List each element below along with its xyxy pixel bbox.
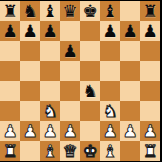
square-a8[interactable]: ♜ xyxy=(0,1,20,21)
square-c3[interactable]: ♞ xyxy=(40,101,60,121)
square-c5[interactable] xyxy=(40,61,60,81)
square-d3[interactable] xyxy=(60,101,80,121)
piece-white-knight-c3[interactable]: ♞ xyxy=(40,101,60,121)
square-f6[interactable] xyxy=(100,41,120,61)
piece-black-bishop-f8[interactable]: ♝ xyxy=(100,1,120,21)
piece-white-rook-a1[interactable]: ♜ xyxy=(0,141,20,161)
piece-white-pawn-g2[interactable]: ♟ xyxy=(120,121,140,141)
square-f4[interactable] xyxy=(100,81,120,101)
square-h7[interactable]: ♟ xyxy=(140,21,160,41)
square-e8[interactable]: ♚ xyxy=(80,1,100,21)
square-g4[interactable] xyxy=(120,81,140,101)
piece-black-pawn-g7[interactable]: ♟ xyxy=(120,21,140,41)
piece-white-rook-h1[interactable]: ♜ xyxy=(140,141,160,161)
piece-white-queen-d1[interactable]: ♛ xyxy=(60,141,80,161)
square-h5[interactable] xyxy=(140,61,160,81)
square-g8[interactable] xyxy=(120,1,140,21)
piece-white-pawn-c2[interactable]: ♟ xyxy=(40,121,60,141)
square-f2[interactable]: ♟ xyxy=(100,121,120,141)
square-g1[interactable] xyxy=(120,141,140,161)
square-b7[interactable]: ♟ xyxy=(20,21,40,41)
square-a6[interactable] xyxy=(0,41,20,61)
square-b3[interactable] xyxy=(20,101,40,121)
piece-white-bishop-f1[interactable]: ♝ xyxy=(100,141,120,161)
square-b6[interactable] xyxy=(20,41,40,61)
square-g3[interactable] xyxy=(120,101,140,121)
square-d4[interactable] xyxy=(60,81,80,101)
square-b4[interactable] xyxy=(20,81,40,101)
square-h2[interactable]: ♟ xyxy=(140,121,160,141)
square-d7[interactable] xyxy=(60,21,80,41)
piece-black-pawn-h7[interactable]: ♟ xyxy=(140,21,160,41)
piece-black-pawn-b7[interactable]: ♟ xyxy=(20,21,40,41)
square-f7[interactable]: ♟ xyxy=(100,21,120,41)
square-d1[interactable]: ♛ xyxy=(60,141,80,161)
piece-black-pawn-a7[interactable]: ♟ xyxy=(0,21,20,41)
square-c7[interactable]: ♟ xyxy=(40,21,60,41)
piece-white-bishop-c1[interactable]: ♝ xyxy=(40,141,60,161)
square-b8[interactable]: ♞ xyxy=(20,1,40,21)
square-e3[interactable] xyxy=(80,101,100,121)
square-c6[interactable] xyxy=(40,41,60,61)
piece-white-pawn-d2[interactable]: ♟ xyxy=(60,121,80,141)
square-e2[interactable] xyxy=(80,121,100,141)
square-g2[interactable]: ♟ xyxy=(120,121,140,141)
square-h4[interactable] xyxy=(140,81,160,101)
piece-black-bishop-c8[interactable]: ♝ xyxy=(40,1,60,21)
chess-board: ♜♞♝♛♚♝♜♟♟♟♟♟♟♟♞♞♞♟♟♟♟♟♟♟♜♝♛♚♝♜ xyxy=(0,1,160,161)
piece-black-queen-d8[interactable]: ♛ xyxy=(60,1,80,21)
square-a4[interactable] xyxy=(0,81,20,101)
square-g5[interactable] xyxy=(120,61,140,81)
square-g7[interactable]: ♟ xyxy=(120,21,140,41)
square-f5[interactable] xyxy=(100,61,120,81)
square-e4[interactable]: ♞ xyxy=(80,81,100,101)
square-a5[interactable] xyxy=(0,61,20,81)
square-e6[interactable] xyxy=(80,41,100,61)
piece-white-pawn-a2[interactable]: ♟ xyxy=(0,121,20,141)
square-a7[interactable]: ♟ xyxy=(0,21,20,41)
square-e5[interactable] xyxy=(80,61,100,81)
piece-white-knight-f3[interactable]: ♞ xyxy=(100,101,120,121)
square-c8[interactable]: ♝ xyxy=(40,1,60,21)
square-b2[interactable]: ♟ xyxy=(20,121,40,141)
piece-black-pawn-d6[interactable]: ♟ xyxy=(60,41,80,61)
piece-white-pawn-h2[interactable]: ♟ xyxy=(140,121,160,141)
square-b5[interactable] xyxy=(20,61,40,81)
square-f3[interactable]: ♞ xyxy=(100,101,120,121)
square-h6[interactable] xyxy=(140,41,160,61)
square-e7[interactable] xyxy=(80,21,100,41)
square-h3[interactable] xyxy=(140,101,160,121)
piece-black-pawn-f7[interactable]: ♟ xyxy=(100,21,120,41)
square-c2[interactable]: ♟ xyxy=(40,121,60,141)
square-a2[interactable]: ♟ xyxy=(0,121,20,141)
square-c4[interactable] xyxy=(40,81,60,101)
square-b1[interactable] xyxy=(20,141,40,161)
square-h1[interactable]: ♜ xyxy=(140,141,160,161)
piece-white-pawn-b2[interactable]: ♟ xyxy=(20,121,40,141)
piece-white-pawn-f2[interactable]: ♟ xyxy=(100,121,120,141)
piece-black-king-e8[interactable]: ♚ xyxy=(80,1,100,21)
piece-black-rook-a8[interactable]: ♜ xyxy=(0,1,20,21)
piece-black-rook-h8[interactable]: ♜ xyxy=(140,1,160,21)
square-g6[interactable] xyxy=(120,41,140,61)
square-e1[interactable]: ♚ xyxy=(80,141,100,161)
square-c1[interactable]: ♝ xyxy=(40,141,60,161)
square-f1[interactable]: ♝ xyxy=(100,141,120,161)
chess-board-frame: ♜♞♝♛♚♝♜♟♟♟♟♟♟♟♞♞♞♟♟♟♟♟♟♟♜♝♛♚♝♜ xyxy=(0,0,162,162)
square-h8[interactable]: ♜ xyxy=(140,1,160,21)
square-a1[interactable]: ♜ xyxy=(0,141,20,161)
piece-black-pawn-c7[interactable]: ♟ xyxy=(40,21,60,41)
square-f8[interactable]: ♝ xyxy=(100,1,120,21)
square-d2[interactable]: ♟ xyxy=(60,121,80,141)
piece-white-king-e1[interactable]: ♚ xyxy=(80,141,100,161)
square-d6[interactable]: ♟ xyxy=(60,41,80,61)
piece-black-knight-b8[interactable]: ♞ xyxy=(20,1,40,21)
square-d8[interactable]: ♛ xyxy=(60,1,80,21)
piece-black-knight-e4[interactable]: ♞ xyxy=(80,81,100,101)
square-d5[interactable] xyxy=(60,61,80,81)
square-a3[interactable] xyxy=(0,101,20,121)
